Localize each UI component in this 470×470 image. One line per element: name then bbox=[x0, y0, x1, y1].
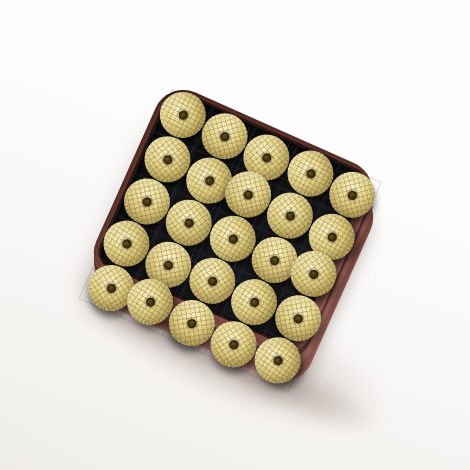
cookie-tin bbox=[116, 119, 350, 325]
photo-background: Overhead product photo of an open square… bbox=[0, 0, 470, 470]
tin-rim bbox=[84, 80, 382, 363]
